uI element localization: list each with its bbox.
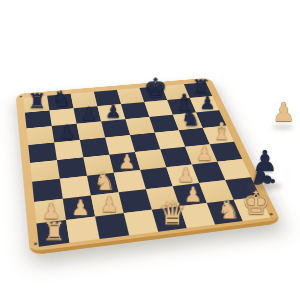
- white-pawn[interactable]: ♟: [66, 197, 95, 218]
- square-a8[interactable]: ♜: [23, 96, 49, 113]
- square-e6[interactable]: [125, 117, 154, 135]
- square-a6[interactable]: [27, 126, 55, 145]
- square-a5[interactable]: [28, 143, 57, 163]
- white-knight[interactable]: ♞: [91, 169, 119, 194]
- photo-stage: ♜♞♚♜♟♟♝♟♟♞♝♟♟♞♟♟♟♟♟♜♛♞♚ ♟♟♟: [0, 0, 300, 300]
- board-wood-frame: ♜♞♚♜♟♟♝♟♟♞♝♟♟♞♟♟♟♟♟♜♛♞♚: [16, 78, 282, 256]
- square-c6[interactable]: [77, 121, 106, 140]
- white-rook[interactable]: ♜: [39, 219, 69, 245]
- square-e1[interactable]: ♛: [152, 206, 187, 231]
- black-knight[interactable]: ♞: [49, 88, 73, 109]
- square-a4[interactable]: [30, 160, 60, 182]
- square-b2[interactable]: ♟: [63, 195, 95, 220]
- captured-shadow: [272, 124, 294, 130]
- captured-shadow: [248, 182, 282, 190]
- black-knight[interactable]: ♞: [178, 107, 203, 129]
- white-knight[interactable]: ♞: [214, 197, 243, 223]
- black-pawn[interactable]: ♟: [101, 103, 126, 121]
- black-pawn[interactable]: ♟: [76, 105, 101, 123]
- white-pawn[interactable]: ♟: [191, 144, 217, 163]
- captured-white-pawn-standing[interactable]: ♟: [272, 99, 295, 125]
- square-c2[interactable]: ♟: [91, 192, 124, 216]
- square-b6[interactable]: ♟: [52, 124, 80, 143]
- screw-dot: [19, 96, 22, 98]
- square-b4[interactable]: [57, 157, 87, 178]
- black-pawn[interactable]: ♟: [54, 123, 80, 142]
- square-d7[interactable]: ♟: [97, 104, 125, 121]
- square-a1[interactable]: ♜: [36, 220, 69, 247]
- square-g4[interactable]: ♟: [185, 144, 217, 164]
- white-bishop[interactable]: ♝: [209, 120, 234, 143]
- square-c1[interactable]: [95, 213, 129, 239]
- square-d1[interactable]: [124, 210, 159, 236]
- black-rook[interactable]: ♜: [25, 91, 49, 112]
- square-f6[interactable]: [149, 115, 179, 133]
- screw-dot: [34, 242, 38, 245]
- square-f8[interactable]: ♚: [139, 86, 167, 102]
- square-c7[interactable]: ♟: [74, 106, 102, 124]
- white-pawn[interactable]: ♟: [95, 194, 124, 215]
- white-king[interactable]: ♚: [242, 187, 271, 219]
- board-grid: ♜♞♚♜♟♟♝♟♟♞♝♟♟♞♟♟♟♟♟♜♛♞♚: [23, 82, 270, 246]
- chess-board: ♜♞♚♜♟♟♝♟♟♞♝♟♟♞♟♟♟♟♟♜♛♞♚: [16, 78, 282, 256]
- square-b8[interactable]: ♞: [47, 94, 73, 111]
- white-queen[interactable]: ♛: [158, 198, 188, 230]
- square-b1[interactable]: [66, 217, 100, 243]
- black-king[interactable]: ♚: [144, 75, 168, 101]
- square-g6[interactable]: ♞: [173, 112, 203, 130]
